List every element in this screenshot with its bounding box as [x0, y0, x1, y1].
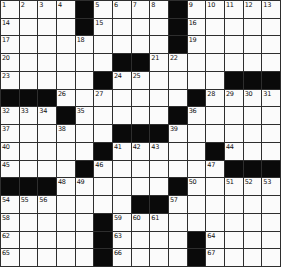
black-cell	[206, 143, 224, 160]
white-cell[interactable]	[76, 249, 94, 266]
clue-number: 10	[207, 1, 215, 9]
white-cell[interactable]	[20, 214, 38, 231]
white-cell[interactable]: 38	[57, 125, 75, 142]
clue-number: 22	[170, 54, 178, 62]
clue-number: 18	[77, 36, 85, 44]
clue-number: 2	[21, 1, 25, 9]
white-cell[interactable]: 53	[262, 178, 280, 195]
white-cell[interactable]: 41	[113, 143, 131, 160]
white-cell[interactable]	[113, 36, 131, 53]
white-cell[interactable]: 67	[206, 249, 224, 266]
white-cell[interactable]	[57, 36, 75, 53]
white-cell[interactable]: 10	[206, 1, 224, 18]
white-cell[interactable]	[38, 36, 56, 53]
white-cell[interactable]	[132, 161, 150, 178]
black-cell	[169, 1, 187, 18]
clue-number: 17	[2, 36, 10, 44]
white-cell[interactable]	[244, 107, 262, 124]
black-cell	[20, 90, 38, 107]
white-cell[interactable]: 34	[38, 107, 56, 124]
white-cell[interactable]	[57, 214, 75, 231]
clue-number: 62	[2, 232, 10, 240]
black-cell	[94, 249, 112, 266]
white-cell[interactable]: 56	[38, 196, 56, 213]
white-cell[interactable]: 52	[244, 178, 262, 195]
white-cell[interactable]: 66	[113, 249, 131, 266]
clue-number: 55	[21, 196, 29, 204]
white-cell[interactable]: 21	[150, 54, 168, 71]
white-cell[interactable]: 62	[1, 232, 19, 249]
white-cell[interactable]: 51	[225, 178, 243, 195]
black-cell	[244, 161, 262, 178]
white-cell[interactable]	[244, 54, 262, 71]
white-cell[interactable]	[57, 72, 75, 89]
white-cell[interactable]	[132, 107, 150, 124]
white-cell[interactable]	[206, 36, 224, 53]
white-cell[interactable]	[225, 232, 243, 249]
clue-number: 25	[133, 72, 141, 80]
white-cell[interactable]	[132, 19, 150, 36]
clue-number: 39	[170, 125, 178, 133]
black-cell	[94, 72, 112, 89]
clue-number: 34	[39, 107, 47, 115]
black-cell	[57, 107, 75, 124]
white-cell[interactable]	[20, 125, 38, 142]
white-cell[interactable]	[150, 19, 168, 36]
white-cell[interactable]	[169, 161, 187, 178]
white-cell[interactable]	[188, 72, 206, 89]
black-cell	[244, 72, 262, 89]
clue-number: 59	[114, 214, 122, 222]
clue-number: 38	[58, 125, 66, 133]
white-cell[interactable]: 28	[206, 90, 224, 107]
black-cell	[262, 161, 280, 178]
clue-number: 6	[114, 1, 118, 9]
white-cell[interactable]	[244, 36, 262, 53]
white-cell[interactable]: 16	[188, 19, 206, 36]
white-cell[interactable]	[113, 196, 131, 213]
white-cell[interactable]	[206, 196, 224, 213]
clue-number: 7	[133, 1, 137, 9]
white-cell[interactable]: 22	[169, 54, 187, 71]
white-cell[interactable]: 11	[225, 1, 243, 18]
white-cell[interactable]	[206, 107, 224, 124]
white-cell[interactable]	[188, 54, 206, 71]
white-cell[interactable]	[76, 90, 94, 107]
white-cell[interactable]	[225, 196, 243, 213]
clue-number: 11	[226, 1, 234, 9]
white-cell[interactable]: 61	[150, 214, 168, 231]
white-cell[interactable]	[150, 232, 168, 249]
white-cell[interactable]	[150, 178, 168, 195]
white-cell[interactable]	[38, 143, 56, 160]
white-cell[interactable]	[57, 249, 75, 266]
clue-number: 14	[2, 19, 10, 27]
clue-number: 64	[207, 232, 215, 240]
white-cell[interactable]	[132, 178, 150, 195]
white-cell[interactable]: 55	[20, 196, 38, 213]
white-cell[interactable]	[76, 125, 94, 142]
white-cell[interactable]	[206, 19, 224, 36]
white-cell[interactable]	[225, 36, 243, 53]
black-cell	[188, 232, 206, 249]
clue-number: 4	[58, 1, 62, 9]
white-cell[interactable]	[262, 143, 280, 160]
white-cell[interactable]	[206, 125, 224, 142]
white-cell[interactable]	[132, 36, 150, 53]
clue-number: 24	[114, 72, 122, 80]
crossword-grid: 1234567891011121314151617181920212223242…	[0, 0, 281, 267]
white-cell[interactable]	[244, 232, 262, 249]
clue-number: 40	[2, 143, 10, 151]
white-cell[interactable]	[20, 143, 38, 160]
white-cell[interactable]: 40	[1, 143, 19, 160]
black-cell	[150, 196, 168, 213]
white-cell[interactable]: 19	[188, 36, 206, 53]
white-cell[interactable]	[262, 196, 280, 213]
black-cell	[1, 90, 19, 107]
white-cell[interactable]	[169, 249, 187, 266]
white-cell[interactable]	[150, 36, 168, 53]
white-cell[interactable]: 27	[94, 90, 112, 107]
black-cell	[94, 214, 112, 231]
clue-number: 61	[151, 214, 159, 222]
white-cell[interactable]	[262, 36, 280, 53]
white-cell[interactable]	[188, 161, 206, 178]
clue-number: 27	[95, 90, 103, 98]
white-cell[interactable]	[169, 232, 187, 249]
white-cell[interactable]	[262, 249, 280, 266]
white-cell[interactable]	[188, 196, 206, 213]
black-cell	[132, 54, 150, 71]
clue-number: 50	[189, 178, 197, 186]
white-cell[interactable]	[225, 107, 243, 124]
clue-number: 48	[58, 178, 66, 186]
black-cell	[76, 19, 94, 36]
white-cell[interactable]	[57, 161, 75, 178]
clue-number: 57	[170, 196, 178, 204]
white-cell[interactable]: 44	[225, 143, 243, 160]
white-cell[interactable]: 57	[169, 196, 187, 213]
white-cell[interactable]: 15	[94, 19, 112, 36]
white-cell[interactable]	[244, 143, 262, 160]
white-cell[interactable]	[188, 214, 206, 231]
black-cell	[38, 90, 56, 107]
white-cell[interactable]: 4	[57, 1, 75, 18]
clue-number: 56	[39, 196, 47, 204]
clue-number: 67	[207, 249, 215, 257]
clue-number: 46	[95, 161, 103, 169]
white-cell[interactable]	[150, 249, 168, 266]
black-cell	[169, 19, 187, 36]
clue-number: 63	[114, 232, 122, 240]
white-cell[interactable]	[20, 36, 38, 53]
white-cell[interactable]: 42	[132, 143, 150, 160]
white-cell[interactable]	[150, 161, 168, 178]
black-cell	[188, 249, 206, 266]
clue-number: 9	[189, 1, 193, 9]
white-cell[interactable]	[94, 196, 112, 213]
white-cell[interactable]: 36	[188, 107, 206, 124]
white-cell[interactable]: 1	[1, 1, 19, 18]
white-cell[interactable]	[188, 143, 206, 160]
white-cell[interactable]	[169, 90, 187, 107]
white-cell[interactable]: 43	[150, 143, 168, 160]
white-cell[interactable]	[132, 232, 150, 249]
clue-number: 3	[39, 1, 43, 9]
white-cell[interactable]	[244, 125, 262, 142]
white-cell[interactable]	[76, 232, 94, 249]
white-cell[interactable]	[225, 19, 243, 36]
clue-number: 23	[2, 72, 10, 80]
white-cell[interactable]	[169, 72, 187, 89]
clue-number: 5	[95, 1, 99, 9]
clue-number: 66	[114, 249, 122, 257]
white-cell[interactable]	[57, 19, 75, 36]
white-cell[interactable]	[38, 125, 56, 142]
clue-number: 32	[2, 107, 10, 115]
white-cell[interactable]: 23	[1, 72, 19, 89]
white-cell[interactable]: 24	[113, 72, 131, 89]
clue-number: 45	[2, 161, 10, 169]
white-cell[interactable]: 9	[188, 1, 206, 18]
white-cell[interactable]	[20, 72, 38, 89]
white-cell[interactable]: 26	[57, 90, 75, 107]
white-cell[interactable]: 30	[244, 90, 262, 107]
white-cell[interactable]	[150, 72, 168, 89]
clue-number: 41	[114, 143, 122, 151]
clue-number: 29	[226, 90, 234, 98]
white-cell[interactable]: 46	[94, 161, 112, 178]
clue-number: 12	[245, 1, 253, 9]
white-cell[interactable]: 54	[1, 196, 19, 213]
white-cell[interactable]	[38, 161, 56, 178]
white-cell[interactable]	[244, 19, 262, 36]
clue-number: 52	[245, 178, 253, 186]
white-cell[interactable]	[94, 36, 112, 53]
black-cell	[113, 125, 131, 142]
white-cell[interactable]	[20, 19, 38, 36]
clue-number: 60	[133, 214, 141, 222]
black-cell	[94, 232, 112, 249]
white-cell[interactable]	[57, 143, 75, 160]
clue-number: 8	[151, 1, 155, 9]
clue-number: 30	[245, 90, 253, 98]
white-cell[interactable]	[244, 214, 262, 231]
black-cell	[1, 178, 19, 195]
white-cell[interactable]	[262, 125, 280, 142]
white-cell[interactable]	[225, 214, 243, 231]
white-cell[interactable]	[225, 249, 243, 266]
white-cell[interactable]	[94, 125, 112, 142]
clue-number: 53	[263, 178, 271, 186]
white-cell[interactable]: 17	[1, 36, 19, 53]
clue-number: 49	[77, 178, 85, 186]
white-cell[interactable]	[76, 143, 94, 160]
black-cell	[169, 178, 187, 195]
white-cell[interactable]: 31	[262, 90, 280, 107]
clue-number: 65	[2, 249, 10, 257]
white-cell[interactable]	[113, 107, 131, 124]
black-cell	[94, 143, 112, 160]
clue-number: 26	[58, 90, 66, 98]
white-cell[interactable]	[20, 232, 38, 249]
black-cell	[76, 1, 94, 18]
white-cell[interactable]: 29	[225, 90, 243, 107]
white-cell[interactable]: 7	[132, 1, 150, 18]
white-cell[interactable]	[150, 90, 168, 107]
white-cell[interactable]	[113, 178, 131, 195]
white-cell[interactable]: 13	[262, 1, 280, 18]
black-cell	[169, 107, 187, 124]
black-cell	[76, 161, 94, 178]
white-cell[interactable]	[262, 107, 280, 124]
clue-number: 21	[151, 54, 159, 62]
white-cell[interactable]	[94, 178, 112, 195]
clue-number: 43	[151, 143, 159, 151]
white-cell[interactable]	[169, 214, 187, 231]
white-cell[interactable]: 37	[1, 125, 19, 142]
white-cell[interactable]	[38, 232, 56, 249]
white-cell[interactable]: 12	[244, 1, 262, 18]
white-cell[interactable]: 59	[113, 214, 131, 231]
white-cell[interactable]	[225, 125, 243, 142]
white-cell[interactable]	[206, 178, 224, 195]
white-cell[interactable]	[20, 249, 38, 266]
white-cell[interactable]	[188, 125, 206, 142]
clue-number: 54	[2, 196, 10, 204]
black-cell	[113, 54, 131, 71]
white-cell[interactable]: 3	[38, 1, 56, 18]
white-cell[interactable]	[38, 19, 56, 36]
white-cell[interactable]: 14	[1, 19, 19, 36]
white-cell[interactable]: 48	[57, 178, 75, 195]
black-cell	[132, 196, 150, 213]
white-cell[interactable]: 65	[1, 249, 19, 266]
white-cell[interactable]	[113, 19, 131, 36]
white-cell[interactable]	[244, 249, 262, 266]
white-cell[interactable]	[262, 54, 280, 71]
white-cell[interactable]	[225, 54, 243, 71]
white-cell[interactable]	[57, 196, 75, 213]
black-cell	[38, 178, 56, 195]
white-cell[interactable]: 63	[113, 232, 131, 249]
white-cell[interactable]: 20	[1, 54, 19, 71]
white-cell[interactable]: 50	[188, 178, 206, 195]
black-cell	[188, 90, 206, 107]
white-cell[interactable]: 33	[20, 107, 38, 124]
clue-number: 1	[2, 1, 6, 9]
white-cell[interactable]	[206, 72, 224, 89]
black-cell	[150, 125, 168, 142]
white-cell[interactable]	[76, 214, 94, 231]
white-cell[interactable]: 64	[206, 232, 224, 249]
black-cell	[20, 178, 38, 195]
clue-number: 58	[2, 214, 10, 222]
black-cell	[225, 72, 243, 89]
white-cell[interactable]: 25	[132, 72, 150, 89]
white-cell[interactable]	[113, 161, 131, 178]
white-cell[interactable]	[94, 54, 112, 71]
clue-number: 33	[21, 107, 29, 115]
clue-number: 16	[189, 19, 197, 27]
white-cell[interactable]: 6	[113, 1, 131, 18]
clue-number: 13	[263, 1, 271, 9]
white-cell[interactable]: 5	[94, 1, 112, 18]
white-cell[interactable]	[20, 161, 38, 178]
black-cell	[262, 72, 280, 89]
white-cell[interactable]: 49	[76, 178, 94, 195]
white-cell[interactable]	[38, 249, 56, 266]
white-cell[interactable]	[206, 214, 224, 231]
white-cell[interactable]	[38, 72, 56, 89]
black-cell	[225, 161, 243, 178]
black-cell	[169, 36, 187, 53]
white-cell[interactable]: 32	[1, 107, 19, 124]
clue-number: 51	[226, 178, 234, 186]
white-cell[interactable]	[262, 214, 280, 231]
white-cell[interactable]: 2	[20, 1, 38, 18]
white-cell[interactable]	[262, 232, 280, 249]
white-cell[interactable]	[132, 249, 150, 266]
white-cell[interactable]	[57, 232, 75, 249]
clue-number: 20	[2, 54, 10, 62]
white-cell[interactable]	[76, 196, 94, 213]
white-cell[interactable]: 39	[169, 125, 187, 142]
white-cell[interactable]	[206, 54, 224, 71]
white-cell[interactable]	[262, 19, 280, 36]
clue-number: 44	[226, 143, 234, 151]
white-cell[interactable]	[94, 107, 112, 124]
clue-number: 31	[263, 90, 271, 98]
white-cell[interactable]: 35	[76, 107, 94, 124]
clue-number: 28	[207, 90, 215, 98]
white-cell[interactable]	[38, 54, 56, 71]
clue-number: 36	[189, 107, 197, 115]
white-cell[interactable]	[132, 90, 150, 107]
white-cell[interactable]: 60	[132, 214, 150, 231]
white-cell[interactable]	[76, 54, 94, 71]
clue-number: 35	[77, 107, 85, 115]
clue-number: 42	[133, 143, 141, 151]
clue-number: 15	[95, 19, 103, 27]
white-cell[interactable]: 18	[76, 36, 94, 53]
white-cell[interactable]	[244, 196, 262, 213]
clue-number: 19	[189, 36, 197, 44]
clue-number: 37	[2, 125, 10, 133]
white-cell[interactable]: 45	[1, 161, 19, 178]
white-cell[interactable]: 58	[1, 214, 19, 231]
white-cell[interactable]	[38, 214, 56, 231]
white-cell[interactable]	[169, 143, 187, 160]
white-cell[interactable]	[113, 90, 131, 107]
white-cell[interactable]: 47	[206, 161, 224, 178]
black-cell	[132, 125, 150, 142]
white-cell[interactable]	[20, 54, 38, 71]
white-cell[interactable]	[76, 72, 94, 89]
white-cell[interactable]: 8	[150, 1, 168, 18]
white-cell[interactable]	[57, 54, 75, 71]
white-cell[interactable]	[150, 107, 168, 124]
clue-number: 47	[207, 161, 215, 169]
